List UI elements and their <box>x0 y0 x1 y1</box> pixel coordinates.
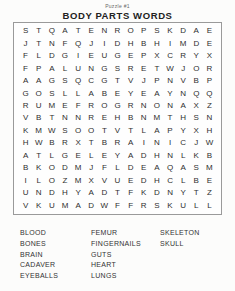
grid-cell: E <box>124 50 137 62</box>
grid-cell: A <box>45 62 58 74</box>
grid-cell: M <box>177 37 190 49</box>
grid-cell: F <box>124 200 137 212</box>
word-list-item: EYEBALLS <box>20 271 58 282</box>
word-list-item: GUTS <box>91 250 141 261</box>
grid-cell: N <box>72 112 85 124</box>
grid-cell: J <box>85 162 98 174</box>
grid-cell: O <box>124 25 137 37</box>
grid-cell: H <box>150 175 163 187</box>
grid-cell: A <box>177 162 190 174</box>
grid-cell: Q <box>45 25 58 37</box>
grid-cell: D <box>45 50 58 62</box>
grid-cell: A <box>124 150 137 162</box>
grid-cell: B <box>203 150 216 162</box>
grid-cell: X <box>72 137 85 149</box>
grid-cell: B <box>190 75 203 87</box>
grid-cell: C <box>177 137 190 149</box>
word-list-item: BONES <box>20 239 58 250</box>
grid-cell: H <box>150 37 163 49</box>
word-list-item: SKULL <box>160 239 200 250</box>
grid-cell: N <box>163 75 176 87</box>
grid-cell: K <box>32 200 45 212</box>
grid-cell: E <box>124 175 137 187</box>
grid-cell: M <box>72 175 85 187</box>
grid-cell: H <box>111 112 124 124</box>
grid-cell: X <box>150 50 163 62</box>
grid-cell: D <box>98 187 111 199</box>
grid-cell: U <box>72 62 85 74</box>
grid-cell: W <box>98 200 111 212</box>
grid-cell: H <box>203 125 216 137</box>
grid-cell: R <box>203 62 216 74</box>
grid-cell: T <box>32 150 45 162</box>
grid-cell: T <box>72 25 85 37</box>
grid-cell: B <box>45 137 58 149</box>
grid-cell: O <box>32 87 45 99</box>
grid-cell: B <box>32 112 45 124</box>
grid-cell: P <box>163 125 176 137</box>
word-search-grid: STQATENROPSKDAEJTNFQJIDHBHIMDEFLDGIEUGEP… <box>13 22 222 215</box>
grid-cell: R <box>177 50 190 62</box>
grid-cell: U <box>45 200 58 212</box>
grid-cell: B <box>124 112 137 124</box>
grid-cell: Y <box>190 50 203 62</box>
grid-cell: M <box>150 112 163 124</box>
grid-cell: E <box>58 100 71 112</box>
grid-cell: G <box>111 50 124 62</box>
grid-cell: F <box>124 187 137 199</box>
grid-cell: G <box>98 62 111 74</box>
grid-cell: H <box>177 112 190 124</box>
grid-cell: F <box>19 62 32 74</box>
grid-cell: T <box>124 125 137 137</box>
grid-cell: R <box>124 100 137 112</box>
grid-cell: G <box>45 75 58 87</box>
grid-cell: R <box>124 62 137 74</box>
grid-cell: A <box>19 75 32 87</box>
grid-cell: V <box>19 200 32 212</box>
word-list-item: HEART <box>91 260 141 271</box>
word-list-item: BLOOD <box>20 228 58 239</box>
grid-cell: N <box>150 137 163 149</box>
grid-cell: F <box>98 162 111 174</box>
grid-cell: L <box>45 150 58 162</box>
grid-cell: A <box>32 75 45 87</box>
grid-cell: T <box>98 125 111 137</box>
grid-cell: L <box>58 62 71 74</box>
grid-cell: E <box>137 62 150 74</box>
grid-cell: D <box>137 150 150 162</box>
grid-cell: Y <box>177 125 190 137</box>
grid-cell: B <box>137 37 150 49</box>
grid-cell: E <box>72 150 85 162</box>
grid-cell: E <box>85 50 98 62</box>
grid-cell: P <box>203 75 216 87</box>
grid-cell: L <box>32 50 45 62</box>
grid-cell: P <box>137 50 150 62</box>
grid-cell: X <box>85 175 98 187</box>
grid-cell: K <box>137 187 150 199</box>
grid-cell: S <box>190 162 203 174</box>
grid-cell: T <box>45 112 58 124</box>
grid-cell: T <box>190 187 203 199</box>
word-search-page: { "game": "word-search", "header": { "pu… <box>0 0 235 291</box>
grid-cell: X <box>190 125 203 137</box>
grid-cell: N <box>32 187 45 199</box>
grid-cell: B <box>98 137 111 149</box>
grid-cell: I <box>98 37 111 49</box>
grid-cell: K <box>163 200 176 212</box>
grid-cell: O <box>72 125 85 137</box>
grid-cell: A <box>150 125 163 137</box>
grid-cell: S <box>58 75 71 87</box>
grid-cell: A <box>150 162 163 174</box>
grid-cell: G <box>98 75 111 87</box>
grid-cell: O <box>45 175 58 187</box>
grid-cell: D <box>124 162 137 174</box>
grid-cell: S <box>111 62 124 74</box>
grid-cell: W <box>45 125 58 137</box>
grid-cell: K <box>163 25 176 37</box>
grid-cell: F <box>19 50 32 62</box>
grid-cell: V <box>177 75 190 87</box>
grid-cell: L <box>203 200 216 212</box>
grid-cell: S <box>45 87 58 99</box>
grid-cell: H <box>58 187 71 199</box>
grid-cell: Q <box>190 87 203 99</box>
grid-cell: D <box>85 200 98 212</box>
grid-cell: A <box>58 25 71 37</box>
grid-cell: A <box>85 187 98 199</box>
grid-cell: N <box>137 112 150 124</box>
grid-cell: L <box>111 162 124 174</box>
grid-cell: A <box>72 200 85 212</box>
grid-cell: T <box>111 187 124 199</box>
grid-cell: I <box>137 137 150 149</box>
grid-cell: E <box>98 150 111 162</box>
grid-cell: T <box>163 112 176 124</box>
grid-cell: R <box>58 137 71 149</box>
grid-cell: N <box>203 112 216 124</box>
grid-cell: P <box>150 75 163 87</box>
grid-cell: G <box>111 100 124 112</box>
grid-cell: B <box>19 162 32 174</box>
grid-cell: R <box>85 112 98 124</box>
grid-cell: D <box>150 187 163 199</box>
grid-cell: B <box>98 87 111 99</box>
grid-cell: X <box>190 100 203 112</box>
grid-cell: H <box>150 150 163 162</box>
grid-cell: N <box>58 112 71 124</box>
grid-cell: D <box>137 175 150 187</box>
grid-cell: U <box>111 175 124 187</box>
grid-cell: M <box>58 200 71 212</box>
grid-cell: F <box>111 200 124 212</box>
grid-cell: A <box>85 87 98 99</box>
grid-cell: E <box>203 175 216 187</box>
grid-cell: N <box>163 187 176 199</box>
page-title: BODY PARTS WORDS <box>0 10 235 21</box>
grid-cell: T <box>32 25 45 37</box>
grid-cell: Q <box>203 87 216 99</box>
grid-cell: Q <box>72 75 85 87</box>
grid-cell: L <box>190 200 203 212</box>
grid-cell: D <box>177 25 190 37</box>
grid-cell: S <box>19 25 32 37</box>
grid-cell: K <box>32 162 45 174</box>
word-list: BLOODBONESBRAINCADAVEREYEBALLS FEMURFING… <box>0 228 235 288</box>
grid-cell: I <box>19 175 32 187</box>
grid-cell: J <box>190 137 203 149</box>
grid-cell: V <box>111 125 124 137</box>
grid-cell: Y <box>111 150 124 162</box>
grid-cell: A <box>19 150 32 162</box>
grid-cell: T <box>150 62 163 74</box>
grid-cell: Q <box>163 162 176 174</box>
grid-cell: N <box>45 37 58 49</box>
grid-cell: E <box>137 87 150 99</box>
grid-cell: E <box>98 112 111 124</box>
grid-cell: R <box>111 137 124 149</box>
puzzle-number-label: Puzzle #1 <box>0 3 235 9</box>
grid-cell: D <box>111 37 124 49</box>
word-list-item: LUNGS <box>91 271 141 282</box>
grid-cell: N <box>163 150 176 162</box>
grid-cell: L <box>32 175 45 187</box>
grid-cell: N <box>98 25 111 37</box>
grid-cell: T <box>32 37 45 49</box>
grid-cell: G <box>58 50 71 62</box>
grid-cell: W <box>32 137 45 149</box>
grid-cell: S <box>190 112 203 124</box>
grid-cell: T <box>85 137 98 149</box>
word-list-column-1: BLOODBONESBRAINCADAVEREYEBALLS <box>20 228 58 282</box>
grid-cell: M <box>72 162 85 174</box>
grid-cell: D <box>58 162 71 174</box>
grid-cell: O <box>45 162 58 174</box>
grid-cell: A <box>177 100 190 112</box>
grid-cell: N <box>85 62 98 74</box>
grid-cell: N <box>177 87 190 99</box>
word-list-column-3: SKELETONSKULL <box>160 228 200 250</box>
grid-cell: J <box>137 75 150 87</box>
word-list-item: CADAVER <box>20 260 58 271</box>
grid-cell: U <box>177 200 190 212</box>
word-list-item: SKELETON <box>160 228 200 239</box>
grid-cell: F <box>58 37 71 49</box>
grid-cell: E <box>111 87 124 99</box>
grid-cell: W <box>163 62 176 74</box>
grid-cell: V <box>124 75 137 87</box>
grid-cell: O <box>98 100 111 112</box>
grid-cell: R <box>137 200 150 212</box>
grid-cell: P <box>32 62 45 74</box>
grid-cell: O <box>190 62 203 74</box>
word-list-column-2: FEMURFINGERNAILSGUTSHEARTLUNGS <box>91 228 141 282</box>
grid-cell: J <box>85 37 98 49</box>
grid-cell: R <box>111 25 124 37</box>
grid-cell: Y <box>124 87 137 99</box>
grid-cell: S <box>58 125 71 137</box>
grid-cell: G <box>19 87 32 99</box>
grid-cell: C <box>163 175 176 187</box>
grid-cell: B <box>190 175 203 187</box>
grid-cell: C <box>163 50 176 62</box>
grid-cell: K <box>19 125 32 137</box>
grid-cell: E <box>85 25 98 37</box>
grid-cell: L <box>177 150 190 162</box>
grid-cell: A <box>190 25 203 37</box>
grid-cell: H <box>124 37 137 49</box>
grid-cell: M <box>32 125 45 137</box>
grid-cell: Y <box>163 87 176 99</box>
grid-cell: A <box>124 137 137 149</box>
grid-cell: E <box>137 162 150 174</box>
grid-cell: N <box>137 100 150 112</box>
grid-cell: Y <box>72 187 85 199</box>
grid-cell: O <box>85 125 98 137</box>
grid-cell: L <box>177 175 190 187</box>
grid-cell: I <box>72 50 85 62</box>
grid-cell: E <box>203 25 216 37</box>
grid-cell: X <box>203 50 216 62</box>
grid-cell: F <box>72 100 85 112</box>
grid-cell: L <box>72 87 85 99</box>
grid-cell: S <box>150 200 163 212</box>
grid-cell: L <box>137 125 150 137</box>
grid-cell: L <box>58 87 71 99</box>
grid-cell: D <box>190 37 203 49</box>
grid-cell: Y <box>177 187 190 199</box>
grid-cell: U <box>19 187 32 199</box>
grid-cell: H <box>19 137 32 149</box>
word-list-item: BRAIN <box>20 250 58 261</box>
grid-cell: Q <box>72 37 85 49</box>
grid-cell: Z <box>203 100 216 112</box>
grid-cell: P <box>137 25 150 37</box>
grid-cell: E <box>203 37 216 49</box>
grid-cell: G <box>58 150 71 162</box>
grid-cell: I <box>163 37 176 49</box>
grid-cell: R <box>19 100 32 112</box>
grid-cell: A <box>150 87 163 99</box>
grid-cell: J <box>177 62 190 74</box>
grid-cell: U <box>32 100 45 112</box>
grid-cell: J <box>19 37 32 49</box>
grid-cell: I <box>163 137 176 149</box>
grid-cell: Z <box>58 175 71 187</box>
grid-cell: M <box>203 162 216 174</box>
grid-cell: Z <box>203 187 216 199</box>
word-list-item: FINGERNAILS <box>91 239 141 250</box>
grid-cell: L <box>85 150 98 162</box>
grid-cell: V <box>19 112 32 124</box>
grid-cell: T <box>111 75 124 87</box>
grid-cell: N <box>163 100 176 112</box>
word-list-item: FEMUR <box>91 228 141 239</box>
grid-cell: S <box>150 25 163 37</box>
grid-cell: K <box>190 150 203 162</box>
grid-cell: W <box>203 137 216 149</box>
grid-cell: C <box>85 75 98 87</box>
grid-cell: V <box>98 175 111 187</box>
grid-cell: D <box>45 187 58 199</box>
grid-cell: R <box>85 100 98 112</box>
grid-cell: U <box>98 50 111 62</box>
grid-cell: O <box>150 100 163 112</box>
grid-cell: M <box>45 100 58 112</box>
